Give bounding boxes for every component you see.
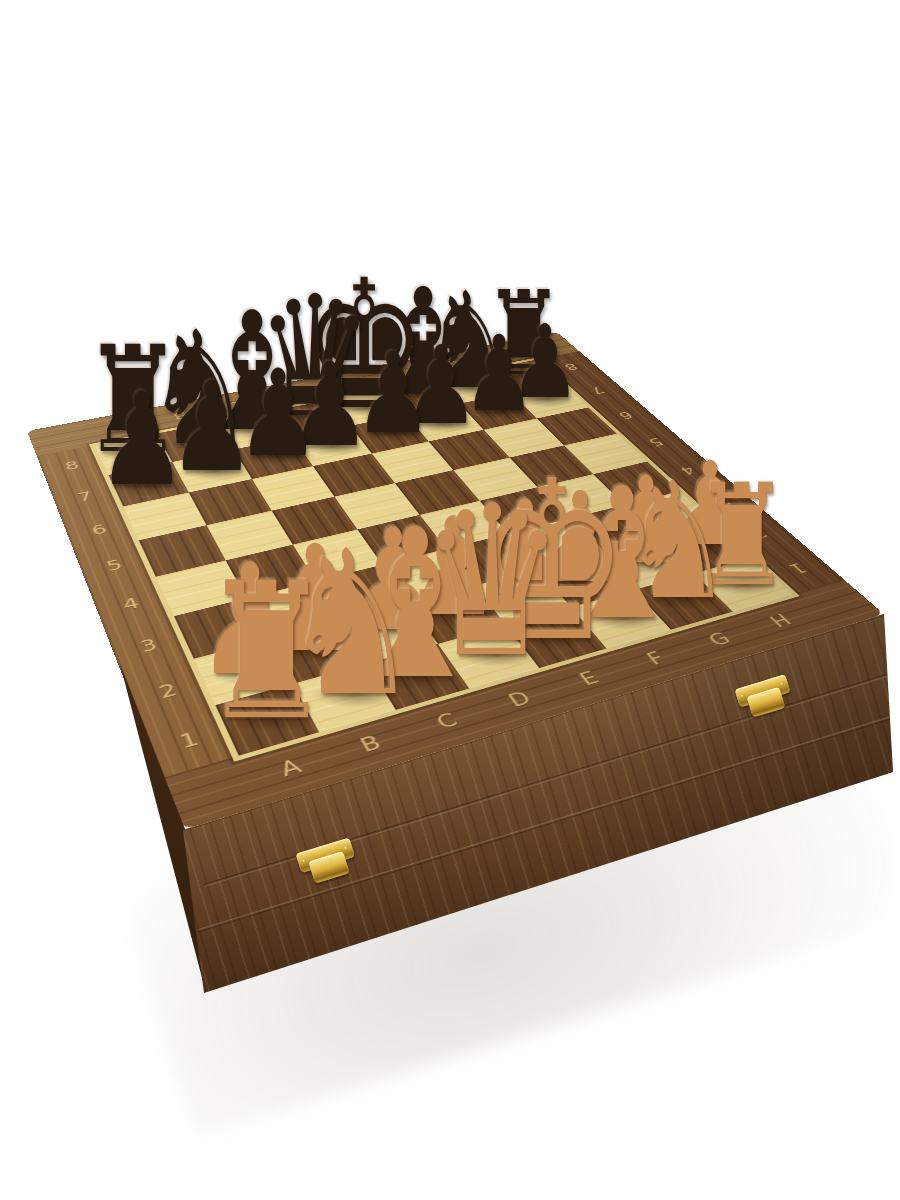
chess-box-photo: 1122334455667788AABBCCDDEEFFGGHH ♜♞♝♛♚♝♞… — [0, 0, 900, 1200]
